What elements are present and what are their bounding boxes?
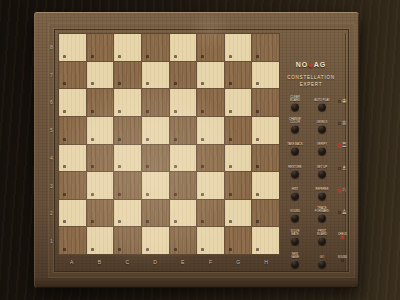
square-f6[interactable] — [197, 89, 224, 116]
key-restore[interactable] — [291, 170, 299, 178]
square-g6[interactable] — [225, 89, 252, 116]
square-g2[interactable] — [225, 200, 252, 227]
square-h5[interactable] — [252, 117, 279, 144]
key-new-game[interactable] — [291, 260, 299, 268]
key-change-color[interactable] — [291, 125, 299, 133]
pawn-piece-icon: ♙ — [342, 209, 347, 216]
file-label-b: B — [86, 259, 114, 265]
square-d3[interactable] — [142, 172, 169, 199]
rank-label-1: 1 — [47, 227, 56, 255]
square-a1[interactable] — [59, 227, 86, 254]
square-a5[interactable] — [59, 117, 86, 144]
keygroup-levels: LEVELS — [309, 117, 335, 133]
file-label-e: E — [169, 259, 197, 265]
rank-label-6: 6 — [47, 89, 56, 117]
keygroup-verify: VERIFY — [309, 139, 335, 155]
keygroup-referee: REFEREE — [309, 184, 335, 200]
square-b8[interactable] — [87, 34, 114, 61]
square-a4[interactable] — [59, 145, 86, 172]
indicator-king: ♔ — [337, 98, 348, 105]
square-b2[interactable] — [87, 200, 114, 227]
key-label-levels: LEVELS — [317, 117, 328, 124]
key-label-go: GO — [320, 252, 324, 259]
indicator-rook: ♖ — [337, 142, 348, 149]
key-trace-forward[interactable] — [318, 214, 326, 222]
led-bishop — [338, 167, 341, 170]
square-h7[interactable] — [252, 62, 279, 89]
square-e6[interactable] — [170, 89, 197, 116]
model-name-line1: CONSTELLATION — [282, 75, 340, 80]
key-label-take-back: TAKE BACK — [287, 139, 303, 146]
square-d4[interactable] — [142, 145, 169, 172]
key-label-change-color: CHANGE COLOR — [289, 117, 301, 124]
key-go[interactable] — [318, 260, 326, 268]
led-rook — [338, 144, 341, 147]
keygroup-print-board: PRINT BOARD — [309, 229, 335, 245]
novag-logo: NO◆AG — [282, 61, 340, 68]
square-f8[interactable] — [197, 34, 224, 61]
keygroup-set-up: SET UP — [309, 162, 335, 178]
led-pawn — [338, 211, 341, 214]
square-b6[interactable] — [87, 89, 114, 116]
file-label-f: F — [197, 259, 225, 265]
chess-board — [58, 33, 280, 255]
square-c2[interactable] — [114, 200, 141, 227]
key-label-referee: REFEREE — [315, 184, 328, 191]
key-row-1: CLEAR BOARDAUTO PLAY♔ — [282, 95, 348, 117]
key-label-auto-play: AUTO PLAY — [314, 95, 329, 102]
square-c4[interactable] — [114, 145, 141, 172]
keygroup-take-back: TAKE BACK — [282, 139, 308, 155]
model-name-line2: EXPERT — [282, 82, 340, 87]
file-label-d: D — [141, 259, 169, 265]
status-led-sound — [341, 259, 344, 262]
square-h1[interactable] — [252, 227, 279, 254]
key-row-6: SOUNDTRACE FORWARD♙ — [282, 206, 348, 228]
key-label-restore: RESTORE — [288, 162, 301, 169]
key-label-verify: VERIFY — [317, 139, 327, 146]
square-b7[interactable] — [87, 62, 114, 89]
rank-label-8: 8 — [47, 33, 56, 61]
square-g1[interactable] — [225, 227, 252, 254]
file-label-a: A — [58, 259, 86, 265]
square-g7[interactable] — [225, 62, 252, 89]
square-a6[interactable] — [59, 89, 86, 116]
key-label-set-up: SET UP — [317, 162, 327, 169]
square-b5[interactable] — [87, 117, 114, 144]
square-h4[interactable] — [252, 145, 279, 172]
key-set-up[interactable] — [318, 170, 326, 178]
key-label-new-game: NEW GAME — [291, 252, 299, 259]
key-row-5: HINTREFEREE♘ — [282, 184, 348, 206]
led-knight — [338, 189, 341, 192]
square-g8[interactable] — [225, 34, 252, 61]
indicator-pawn: ♙ — [337, 209, 348, 216]
square-d8[interactable] — [142, 34, 169, 61]
key-label-print-board: PRINT BOARD — [317, 229, 327, 236]
control-panel: NO◆AG CONSTELLATION EXPERT CLEAR BOARDAU… — [282, 33, 348, 271]
key-solve-mate[interactable] — [291, 237, 299, 245]
queen-piece-icon: ♕ — [342, 120, 347, 127]
square-d5[interactable] — [142, 117, 169, 144]
square-b4[interactable] — [87, 145, 114, 172]
square-a2[interactable] — [59, 200, 86, 227]
led-queen — [338, 122, 341, 125]
key-label-clear-board: CLEAR BOARD — [290, 95, 300, 102]
keygroup-trace-forward: TRACE FORWARD — [309, 206, 335, 222]
square-g4[interactable] — [225, 145, 252, 172]
bishop-piece-icon: ♗ — [342, 165, 347, 172]
key-row-4: RESTORESET UP♗ — [282, 162, 348, 184]
keygroup-auto-play: AUTO PLAY — [309, 95, 335, 111]
status-led-check — [341, 236, 344, 239]
keygroup-restore: RESTORE — [282, 162, 308, 178]
rank-label-5: 5 — [47, 116, 56, 144]
keygroup-sound: SOUND — [282, 206, 308, 222]
square-e3[interactable] — [170, 172, 197, 199]
keygroup-new-game: NEW GAME — [282, 252, 308, 268]
keygroup-go: GO — [309, 252, 335, 268]
square-b3[interactable] — [87, 172, 114, 199]
status-indicator-sound: SOUND — [337, 255, 348, 262]
square-g3[interactable] — [225, 172, 252, 199]
key-label-trace-forward: TRACE FORWARD — [315, 206, 329, 213]
keygroup-clear-board: CLEAR BOARD — [282, 95, 308, 111]
rank-label-7: 7 — [47, 61, 56, 89]
file-label-g: G — [225, 259, 253, 265]
key-hint[interactable] — [291, 192, 299, 200]
square-f3[interactable] — [197, 172, 224, 199]
key-verify[interactable] — [318, 147, 326, 155]
square-c7[interactable] — [114, 62, 141, 89]
led-king — [338, 100, 341, 103]
square-g5[interactable] — [225, 117, 252, 144]
square-b1[interactable] — [87, 227, 114, 254]
square-a7[interactable] — [59, 62, 86, 89]
square-e8[interactable] — [170, 34, 197, 61]
status-indicator-check: CHECK — [337, 232, 348, 239]
square-a3[interactable] — [59, 172, 86, 199]
square-f4[interactable] — [197, 145, 224, 172]
square-f5[interactable] — [197, 117, 224, 144]
indicator-knight: ♘ — [337, 187, 348, 194]
rank-label-2: 2 — [47, 200, 56, 228]
square-c1[interactable] — [114, 227, 141, 254]
square-d2[interactable] — [142, 200, 169, 227]
indicator-queen: ♕ — [337, 120, 348, 127]
square-c3[interactable] — [114, 172, 141, 199]
keygroup-solve-mate: SOLVE MATE — [282, 229, 308, 245]
key-referee[interactable] — [318, 192, 326, 200]
key-auto-play[interactable] — [318, 103, 326, 111]
square-e5[interactable] — [170, 117, 197, 144]
rook-piece-icon: ♖ — [342, 142, 347, 149]
file-label-c: C — [114, 259, 142, 265]
key-row-8: NEW GAMEGOSOUND — [282, 252, 348, 274]
square-h6[interactable] — [252, 89, 279, 116]
rank-label-3: 3 — [47, 172, 56, 200]
rank-labels: 87654321 — [47, 33, 56, 255]
square-h8[interactable] — [252, 34, 279, 61]
key-row-2: CHANGE COLORLEVELS♕ — [282, 117, 348, 139]
rank-label-4: 4 — [47, 144, 56, 172]
key-label-hint: HINT — [292, 184, 299, 191]
square-f2[interactable] — [197, 200, 224, 227]
key-label-solve-mate: SOLVE MATE — [290, 229, 299, 236]
keygroup-change-color: CHANGE COLOR — [282, 117, 308, 133]
square-e2[interactable] — [170, 200, 197, 227]
square-a8[interactable] — [59, 34, 86, 61]
key-sound[interactable] — [291, 214, 299, 222]
key-print-board[interactable] — [318, 237, 326, 245]
square-c5[interactable] — [114, 117, 141, 144]
chess-computer-unit: ABCDEFGH 87654321 NO◆AG CONSTELLATION EX… — [34, 12, 359, 288]
square-c6[interactable] — [114, 89, 141, 116]
square-e7[interactable] — [170, 62, 197, 89]
file-label-h: H — [252, 259, 280, 265]
square-h3[interactable] — [252, 172, 279, 199]
square-f1[interactable] — [197, 227, 224, 254]
square-d1[interactable] — [142, 227, 169, 254]
keygroup-hint: HINT — [282, 184, 308, 200]
square-e4[interactable] — [170, 145, 197, 172]
file-labels: ABCDEFGH — [58, 259, 280, 265]
square-d7[interactable] — [142, 62, 169, 89]
key-levels[interactable] — [318, 125, 326, 133]
indicator-bishop: ♗ — [337, 165, 348, 172]
square-f7[interactable] — [197, 62, 224, 89]
key-label-sound: SOUND — [290, 206, 300, 213]
key-clear-board[interactable] — [291, 103, 299, 111]
key-take-back[interactable] — [291, 147, 299, 155]
square-c8[interactable] — [114, 34, 141, 61]
square-h2[interactable] — [252, 200, 279, 227]
square-e1[interactable] — [170, 227, 197, 254]
key-row-7: SOLVE MATEPRINT BOARDCHECK — [282, 229, 348, 251]
key-row-3: TAKE BACKVERIFY♖ — [282, 139, 348, 161]
square-d6[interactable] — [142, 89, 169, 116]
king-piece-icon: ♔ — [342, 98, 347, 105]
knight-piece-icon: ♘ — [342, 187, 347, 194]
